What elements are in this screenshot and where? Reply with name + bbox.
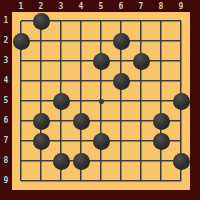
intersection-2-6[interactable] [31,111,51,131]
intersection-3-3[interactable] [51,51,71,71]
intersection-1-4[interactable] [11,71,31,91]
hoshi-point [99,99,104,104]
black-stone [113,33,130,50]
intersection-7-6[interactable] [131,111,151,131]
intersection-6-7[interactable] [111,131,131,151]
intersection-6-5[interactable] [111,91,131,111]
intersection-7-7[interactable] [131,131,151,151]
intersection-2-3[interactable] [31,51,51,71]
intersection-2-9[interactable] [31,171,51,191]
intersection-3-1[interactable] [51,11,71,31]
intersection-8-8[interactable] [151,151,171,171]
intersection-1-8[interactable] [11,151,31,171]
intersection-6-4[interactable] [111,71,131,91]
black-stone [73,153,90,170]
intersection-4-5[interactable] [71,91,91,111]
intersection-5-2[interactable] [91,31,111,51]
intersection-2-1[interactable] [31,11,51,31]
intersection-3-9[interactable] [51,171,71,191]
intersection-9-2[interactable] [171,31,191,51]
intersection-4-9[interactable] [71,171,91,191]
intersection-9-1[interactable] [171,11,191,31]
intersection-1-9[interactable] [11,171,31,191]
intersection-8-4[interactable] [151,71,171,91]
intersection-3-5[interactable] [51,91,71,111]
intersection-5-4[interactable] [91,71,111,91]
intersection-4-4[interactable] [71,71,91,91]
intersection-1-2[interactable] [11,31,31,51]
intersection-2-4[interactable] [31,71,51,91]
intersection-5-7[interactable] [91,131,111,151]
black-stone [53,93,70,110]
intersection-8-2[interactable] [151,31,171,51]
go-board-grid [11,11,191,191]
intersection-9-6[interactable] [171,111,191,131]
intersection-5-8[interactable] [91,151,111,171]
intersection-4-3[interactable] [71,51,91,71]
intersection-3-2[interactable] [51,31,71,51]
intersection-5-3[interactable] [91,51,111,71]
black-stone [33,133,50,150]
intersection-8-1[interactable] [151,11,171,31]
intersection-1-3[interactable] [11,51,31,71]
black-stone [133,53,150,70]
black-stone [173,93,190,110]
intersection-7-9[interactable] [131,171,151,191]
intersection-7-5[interactable] [131,91,151,111]
intersection-2-7[interactable] [31,131,51,151]
intersection-4-7[interactable] [71,131,91,151]
intersection-7-4[interactable] [131,71,151,91]
intersection-6-6[interactable] [111,111,131,131]
intersection-4-8[interactable] [71,151,91,171]
intersection-4-2[interactable] [71,31,91,51]
intersection-2-5[interactable] [31,91,51,111]
intersection-7-8[interactable] [131,151,151,171]
intersection-5-9[interactable] [91,171,111,191]
intersection-5-5[interactable] [91,91,111,111]
intersection-9-3[interactable] [171,51,191,71]
intersection-9-8[interactable] [171,151,191,171]
intersection-5-1[interactable] [91,11,111,31]
intersection-9-7[interactable] [171,131,191,151]
intersection-3-4[interactable] [51,71,71,91]
intersection-8-6[interactable] [151,111,171,131]
intersection-7-1[interactable] [131,11,151,31]
black-stone [93,133,110,150]
black-stone [33,13,50,30]
intersection-9-4[interactable] [171,71,191,91]
black-stone [93,53,110,70]
intersection-5-6[interactable] [91,111,111,131]
go-app-window: 123456789 123456789 [0,0,200,200]
intersection-6-1[interactable] [111,11,131,31]
black-stone [173,153,190,170]
black-stone [153,113,170,130]
black-stone [53,153,70,170]
intersection-8-5[interactable] [151,91,171,111]
intersection-6-8[interactable] [111,151,131,171]
intersection-4-1[interactable] [71,11,91,31]
intersection-8-3[interactable] [151,51,171,71]
intersection-3-8[interactable] [51,151,71,171]
intersection-3-7[interactable] [51,131,71,151]
intersection-7-2[interactable] [131,31,151,51]
intersection-1-5[interactable] [11,91,31,111]
intersection-1-1[interactable] [11,11,31,31]
intersection-2-8[interactable] [31,151,51,171]
black-stone [13,33,30,50]
black-stone [73,113,90,130]
intersection-8-9[interactable] [151,171,171,191]
intersection-6-3[interactable] [111,51,131,71]
intersection-4-6[interactable] [71,111,91,131]
black-stone [33,113,50,130]
intersection-1-7[interactable] [11,131,31,151]
intersection-1-6[interactable] [11,111,31,131]
intersection-7-3[interactable] [131,51,151,71]
intersection-8-7[interactable] [151,131,171,151]
intersection-3-6[interactable] [51,111,71,131]
intersection-9-5[interactable] [171,91,191,111]
intersection-9-9[interactable] [171,171,191,191]
intersection-2-2[interactable] [31,31,51,51]
black-stone [113,73,130,90]
black-stone [153,133,170,150]
intersection-6-2[interactable] [111,31,131,51]
intersection-6-9[interactable] [111,171,131,191]
